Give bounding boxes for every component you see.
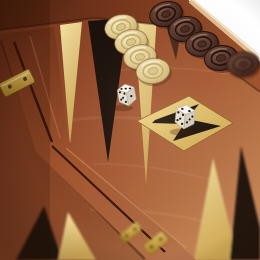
board-scene bbox=[0, 0, 260, 260]
left-edge-shading bbox=[0, 0, 50, 260]
backgammon-photo bbox=[0, 0, 260, 260]
